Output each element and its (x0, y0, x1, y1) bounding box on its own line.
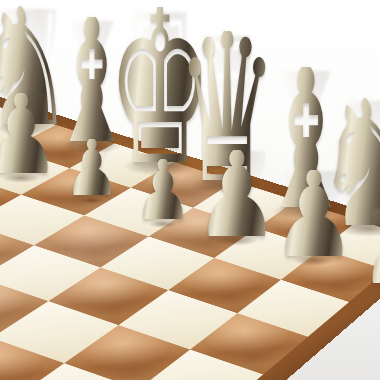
piece-pawn-d7[interactable]: ♟ (194, 150, 279, 240)
piece-pawn-b7[interactable]: ♟ (360, 207, 380, 288)
piece-pawn-c7[interactable]: ♟ (271, 170, 356, 260)
piece-pawn-e7[interactable]: ♟ (133, 159, 193, 222)
pieces-layer: ♞♞♝♝♚♚♟♟♛♛♟♟♝♝♟♟♞♞♟♟♟♟♟♟ (0, 0, 380, 380)
chess-set-photo: ♞♞♝♝♚♚♟♟♛♛♟♟♝♝♟♟♞♞♟♟♟♟♟♟ (0, 0, 380, 380)
piece-pawn-g7[interactable]: ♟ (0, 93, 61, 177)
piece-pawn-f7[interactable]: ♟ (64, 139, 120, 198)
